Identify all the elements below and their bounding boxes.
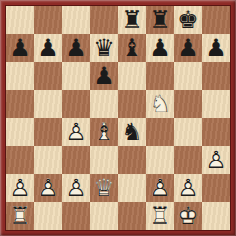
square-e5[interactable] [118, 90, 146, 118]
square-a6[interactable] [6, 62, 34, 90]
square-d4[interactable]: ♝♗ [90, 118, 118, 146]
black-pawn[interactable]: ♟ [6, 34, 34, 62]
square-h5[interactable] [202, 90, 230, 118]
square-a2[interactable]: ♟♙ [6, 174, 34, 202]
square-a5[interactable] [6, 90, 34, 118]
square-h6[interactable] [202, 62, 230, 90]
white-knight[interactable]: ♞♘ [146, 90, 174, 118]
square-g8[interactable]: ♚ [174, 6, 202, 34]
square-a3[interactable] [6, 146, 34, 174]
square-a7[interactable]: ♟ [6, 34, 34, 62]
square-e1[interactable] [118, 202, 146, 230]
piece-outline: ♙ [62, 174, 90, 202]
square-h2[interactable] [202, 174, 230, 202]
black-pawn[interactable]: ♟ [174, 34, 202, 62]
square-g3[interactable] [174, 146, 202, 174]
square-f6[interactable] [146, 62, 174, 90]
white-rook[interactable]: ♜♖ [6, 202, 34, 230]
square-h8[interactable] [202, 6, 230, 34]
square-b3[interactable] [34, 146, 62, 174]
square-g4[interactable] [174, 118, 202, 146]
piece-outline: ♖ [146, 202, 174, 230]
white-king[interactable]: ♚♔ [174, 202, 202, 230]
square-b2[interactable]: ♟♙ [34, 174, 62, 202]
piece-outline: ♗ [90, 118, 118, 146]
square-c8[interactable] [62, 6, 90, 34]
square-e8[interactable]: ♜ [118, 6, 146, 34]
square-b1[interactable] [34, 202, 62, 230]
square-d6[interactable]: ♟ [90, 62, 118, 90]
square-c3[interactable] [62, 146, 90, 174]
square-b6[interactable] [34, 62, 62, 90]
square-f5[interactable]: ♞♘ [146, 90, 174, 118]
square-b4[interactable] [34, 118, 62, 146]
black-pawn[interactable]: ♟ [62, 34, 90, 62]
piece-outline: ♙ [202, 146, 230, 174]
square-c5[interactable] [62, 90, 90, 118]
square-a4[interactable] [6, 118, 34, 146]
white-bishop[interactable]: ♝♗ [90, 118, 118, 146]
black-bishop[interactable]: ♝ [118, 34, 146, 62]
square-f4[interactable] [146, 118, 174, 146]
square-f1[interactable]: ♜♖ [146, 202, 174, 230]
square-e3[interactable] [118, 146, 146, 174]
black-pawn[interactable]: ♟ [202, 34, 230, 62]
square-c6[interactable] [62, 62, 90, 90]
white-pawn[interactable]: ♟♙ [6, 174, 34, 202]
square-b5[interactable] [34, 90, 62, 118]
square-a1[interactable]: ♜♖ [6, 202, 34, 230]
piece-outline: ♙ [174, 174, 202, 202]
chess-board: ♜♜♚♟♟♟♛♝♟♟♟♟♞♘♟♙♝♗♞♟♙♟♙♟♙♟♙♛♕♟♙♟♙♜♖♜♖♚♔ [6, 6, 230, 230]
square-f3[interactable] [146, 146, 174, 174]
black-pawn[interactable]: ♟ [34, 34, 62, 62]
square-h7[interactable]: ♟ [202, 34, 230, 62]
square-c2[interactable]: ♟♙ [62, 174, 90, 202]
square-f8[interactable]: ♜ [146, 6, 174, 34]
piece-outline: ♔ [174, 202, 202, 230]
white-pawn[interactable]: ♟♙ [174, 174, 202, 202]
square-c1[interactable] [62, 202, 90, 230]
square-b8[interactable] [34, 6, 62, 34]
piece-outline: ♘ [146, 90, 174, 118]
black-queen[interactable]: ♛ [90, 34, 118, 62]
square-e4[interactable]: ♞ [118, 118, 146, 146]
square-h4[interactable] [202, 118, 230, 146]
black-rook[interactable]: ♜ [146, 6, 174, 34]
square-d7[interactable]: ♛ [90, 34, 118, 62]
square-b7[interactable]: ♟ [34, 34, 62, 62]
square-d3[interactable] [90, 146, 118, 174]
square-g7[interactable]: ♟ [174, 34, 202, 62]
board-frame: ♜♜♚♟♟♟♛♝♟♟♟♟♞♘♟♙♝♗♞♟♙♟♙♟♙♟♙♛♕♟♙♟♙♜♖♜♖♚♔ [0, 0, 236, 236]
square-g5[interactable] [174, 90, 202, 118]
square-h1[interactable] [202, 202, 230, 230]
square-d2[interactable]: ♛♕ [90, 174, 118, 202]
square-e7[interactable]: ♝ [118, 34, 146, 62]
square-f7[interactable]: ♟ [146, 34, 174, 62]
piece-outline: ♙ [6, 174, 34, 202]
white-rook[interactable]: ♜♖ [146, 202, 174, 230]
white-pawn[interactable]: ♟♙ [62, 118, 90, 146]
piece-outline: ♖ [6, 202, 34, 230]
square-g1[interactable]: ♚♔ [174, 202, 202, 230]
black-rook[interactable]: ♜ [118, 6, 146, 34]
piece-outline: ♙ [146, 174, 174, 202]
square-f2[interactable]: ♟♙ [146, 174, 174, 202]
square-g2[interactable]: ♟♙ [174, 174, 202, 202]
square-a8[interactable] [6, 6, 34, 34]
square-g6[interactable] [174, 62, 202, 90]
white-pawn[interactable]: ♟♙ [146, 174, 174, 202]
square-d8[interactable] [90, 6, 118, 34]
white-pawn[interactable]: ♟♙ [34, 174, 62, 202]
black-pawn[interactable]: ♟ [90, 62, 118, 90]
black-pawn[interactable]: ♟ [146, 34, 174, 62]
black-king[interactable]: ♚ [174, 6, 202, 34]
square-c7[interactable]: ♟ [62, 34, 90, 62]
piece-outline: ♙ [34, 174, 62, 202]
square-h3[interactable]: ♟♙ [202, 146, 230, 174]
square-c4[interactable]: ♟♙ [62, 118, 90, 146]
square-d1[interactable] [90, 202, 118, 230]
black-knight[interactable]: ♞ [118, 118, 146, 146]
white-pawn[interactable]: ♟♙ [202, 146, 230, 174]
piece-outline: ♕ [90, 174, 118, 202]
white-queen[interactable]: ♛♕ [90, 174, 118, 202]
white-pawn[interactable]: ♟♙ [62, 174, 90, 202]
piece-outline: ♙ [62, 118, 90, 146]
square-d5[interactable] [90, 90, 118, 118]
square-e2[interactable] [118, 174, 146, 202]
square-e6[interactable] [118, 62, 146, 90]
